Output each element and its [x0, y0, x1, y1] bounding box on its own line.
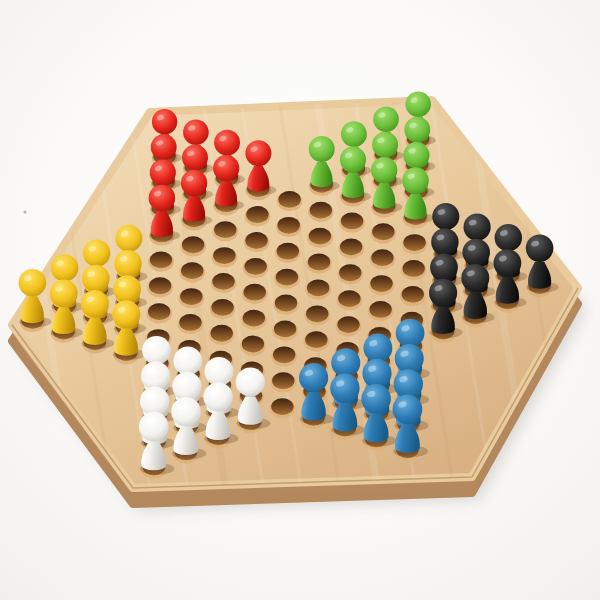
peg-head [152, 109, 177, 134]
hole-bore [211, 325, 233, 342]
hole-bore [372, 223, 394, 240]
hole-bore [403, 234, 425, 251]
peg-head [171, 397, 201, 427]
peg-head [371, 157, 397, 183]
hole-bore [213, 247, 235, 264]
peg-head [140, 387, 169, 416]
peg-head [213, 155, 239, 181]
hole-bore [340, 238, 362, 255]
peg-head [51, 254, 78, 281]
peg-head [403, 142, 429, 168]
peg-head [372, 132, 398, 158]
peg-head [150, 159, 176, 185]
peg-head [141, 361, 170, 390]
hole-bore [272, 372, 294, 389]
peg-head [495, 224, 522, 251]
hole-bore [309, 228, 331, 245]
peg-head [395, 344, 424, 373]
hole-bore [182, 236, 204, 253]
hole-bore [211, 299, 233, 316]
peg-head [393, 394, 423, 424]
hole-bore [244, 284, 266, 301]
peg-head [203, 382, 232, 411]
peg-head [173, 346, 202, 375]
hole-bore [179, 314, 201, 331]
hole-bore [273, 346, 295, 363]
peg-head [149, 185, 176, 212]
chinese-checkers-board [0, 0, 600, 600]
hole-bore [181, 262, 203, 279]
product-photo-stage [0, 0, 600, 600]
peg-head [526, 234, 554, 262]
hole-bore [305, 331, 327, 348]
peg-head [183, 119, 209, 145]
hole-bore [274, 321, 296, 338]
peg-head [245, 140, 271, 166]
peg-head [172, 372, 201, 401]
hole-bore [402, 286, 424, 303]
peg-head [431, 228, 458, 255]
hole-bore [149, 277, 171, 294]
peg-head [82, 265, 110, 293]
dust-speck [24, 211, 27, 214]
hole-bore [402, 260, 424, 277]
peg-head [115, 225, 142, 252]
peg-head [299, 363, 328, 392]
peg-head [50, 279, 78, 307]
peg-head [340, 146, 366, 172]
hole-bore [214, 221, 236, 238]
peg-head [404, 117, 430, 143]
peg-head [361, 384, 391, 414]
peg-head [182, 145, 208, 171]
peg-head [236, 367, 265, 396]
peg-head [394, 369, 423, 398]
peg-head [432, 203, 459, 230]
hole-bore [370, 275, 392, 292]
hole-bore [306, 305, 328, 322]
hole-bore [307, 279, 329, 296]
peg-head [330, 374, 359, 403]
hole-bore [338, 290, 360, 307]
hole-bore [341, 213, 363, 230]
peg-head [373, 106, 399, 132]
hole-bore [246, 206, 268, 223]
peg-head [81, 290, 109, 318]
hole-bore [148, 303, 170, 320]
peg-head [462, 239, 490, 267]
peg-head [181, 170, 207, 196]
peg-head [396, 319, 425, 348]
hole-bore [278, 191, 300, 208]
hole-bore [277, 243, 299, 260]
peg-head [19, 269, 47, 297]
hole-bore [339, 264, 361, 281]
peg-head [214, 130, 240, 156]
peg-head [139, 412, 169, 442]
peg-head [363, 334, 392, 363]
peg-head [142, 336, 171, 365]
peg-head [341, 121, 367, 147]
peg-head [331, 348, 360, 377]
hole-bore [310, 202, 332, 219]
peg-head [461, 264, 489, 292]
peg-head [151, 134, 177, 160]
hole-bore [242, 336, 264, 353]
peg-head [430, 253, 458, 281]
hole-bore [275, 295, 297, 312]
peg-head [494, 249, 522, 277]
peg-head [113, 275, 141, 303]
hole-bore [271, 398, 293, 415]
peg-head [112, 300, 140, 328]
peg-head [114, 250, 141, 277]
hole-bore [212, 273, 234, 290]
peg-head [463, 213, 490, 240]
hole-bore [180, 288, 202, 305]
hole-bore [369, 301, 391, 318]
hole-bore [245, 232, 267, 249]
peg-head [204, 357, 233, 386]
hole-bore [243, 310, 265, 327]
hole-bore [308, 254, 330, 271]
hole-bore [244, 258, 266, 275]
hole-bore [276, 269, 298, 286]
hole-bore [278, 217, 300, 234]
hole-bore [337, 316, 359, 333]
peg-head [83, 239, 110, 266]
peg-head [405, 92, 430, 117]
peg-head [429, 279, 457, 307]
hole-bore [150, 251, 172, 268]
hole-bore [371, 249, 393, 266]
peg-head [362, 359, 391, 388]
peg-head [309, 136, 335, 162]
peg-head [402, 167, 429, 194]
